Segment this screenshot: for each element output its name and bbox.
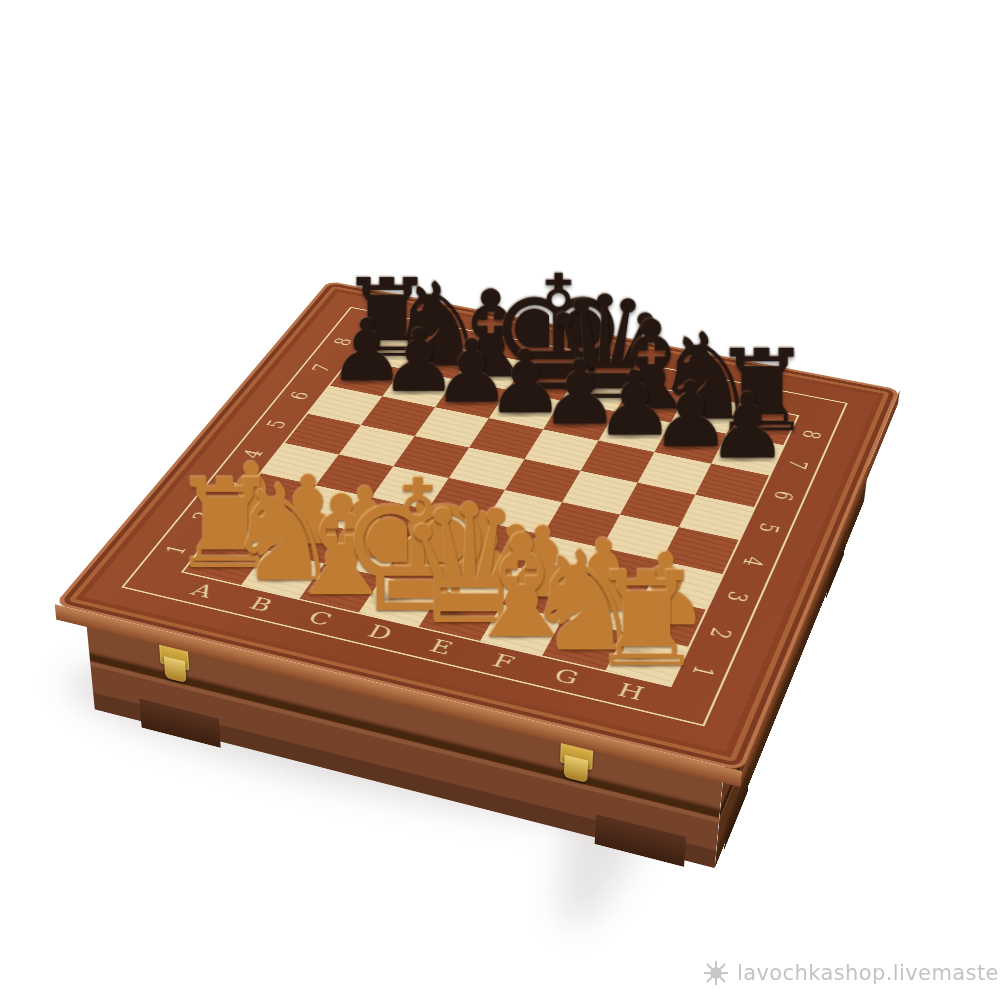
square-d3 — [406, 510, 485, 556]
square-g2 — [563, 582, 644, 632]
square-b2 — [267, 517, 348, 563]
square-e1 — [419, 590, 502, 641]
latch-hook — [564, 755, 589, 783]
square-g4 — [602, 515, 679, 561]
file-label-b: B — [223, 586, 298, 623]
latch-hook — [164, 656, 187, 683]
piece-shadow — [411, 592, 492, 637]
file-label-h: H — [592, 672, 669, 712]
square-h3 — [644, 561, 723, 610]
square-c1 — [299, 564, 382, 613]
box-foot — [139, 699, 220, 748]
file-label-e: E — [403, 628, 479, 667]
square-h5 — [679, 495, 754, 540]
piece-shadow — [260, 519, 339, 560]
piece-shadow — [203, 507, 282, 548]
piece-shadow — [434, 558, 513, 601]
rank-label-right-1: 1 — [664, 651, 740, 692]
chess-box: ABCDEFGH8877665544332211 — [55, 281, 900, 771]
square-a2 — [210, 505, 291, 551]
piece-shadow — [494, 571, 574, 615]
square-b1 — [241, 550, 324, 598]
watermark: lavochkashop.livemaster.ru — [703, 960, 1000, 986]
piece-shadow — [555, 584, 635, 629]
square-d2 — [383, 543, 464, 591]
watermark-text: lavochkashop.livemaster.ru — [737, 961, 1000, 985]
snowflake-icon — [703, 960, 729, 986]
file-label-d: D — [342, 614, 418, 652]
rank-label-left-1: 1 — [139, 532, 213, 568]
square-h1 — [606, 632, 689, 685]
file-label-a: A — [165, 573, 240, 609]
product-photo: ABCDEFGH8877665544332211 — [0, 0, 1000, 1000]
square-a1 — [184, 538, 267, 586]
rank-label-right-2: 2 — [683, 614, 758, 653]
piece-shadow — [351, 579, 432, 623]
square-d1 — [359, 577, 442, 627]
square-b3 — [292, 485, 371, 530]
file-label-f: F — [465, 642, 542, 681]
piece-shadow — [617, 598, 697, 643]
piece-shadow — [472, 606, 553, 652]
rank-label-left-2: 2 — [167, 499, 240, 533]
square-h4 — [662, 527, 739, 574]
piece-shadow — [597, 634, 679, 681]
square-g3 — [583, 548, 662, 596]
piece-shadow — [317, 532, 396, 574]
rank-label-right-4: 4 — [717, 544, 789, 580]
square-c3 — [348, 497, 427, 542]
piece-shadow — [292, 566, 373, 610]
rank-label-right-5: 5 — [733, 511, 803, 546]
square-f4 — [543, 502, 620, 547]
perspective-scene: ABCDEFGH8877665544332211 — [0, 0, 1000, 1000]
square-f3 — [523, 535, 602, 582]
square-e2 — [442, 556, 523, 605]
square-e4 — [485, 490, 562, 535]
piece-shadow — [534, 620, 615, 666]
square-f2 — [502, 569, 583, 618]
square-e3 — [464, 522, 543, 569]
square-h2 — [625, 596, 706, 647]
file-label-g: G — [528, 657, 605, 697]
square-g1 — [542, 618, 625, 670]
piece-shadow — [177, 539, 258, 581]
rank-label-right-3: 3 — [700, 578, 773, 616]
box-foot — [595, 814, 687, 867]
square-f1 — [480, 604, 563, 655]
file-label-c: C — [282, 600, 358, 637]
square-c2 — [324, 530, 405, 577]
piece-shadow — [234, 552, 315, 595]
piece-shadow — [375, 545, 454, 587]
